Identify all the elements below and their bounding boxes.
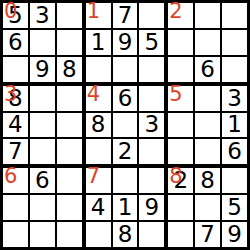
box-8: 828579	[168, 168, 247, 247]
cell-r7c2[interactable]: 6	[30, 168, 55, 193]
cell-r9c7[interactable]	[168, 222, 193, 247]
cell-r3c6[interactable]	[139, 57, 164, 82]
cell-r9c3[interactable]	[57, 222, 82, 247]
cell-r8c5[interactable]: 1	[113, 195, 138, 220]
cell-r8c7[interactable]	[168, 195, 193, 220]
cell-r9c4[interactable]	[86, 222, 111, 247]
cell-r1c7[interactable]	[168, 3, 193, 28]
cell-r3c2[interactable]: 9	[30, 57, 55, 82]
cell-r2c4[interactable]: 1	[86, 30, 111, 55]
cell-r8c2[interactable]	[30, 195, 55, 220]
cell-r6c8[interactable]	[195, 139, 220, 164]
cell-r1c1[interactable]: 5	[3, 3, 28, 28]
cell-r9c5[interactable]: 8	[113, 222, 138, 247]
cell-r7c1[interactable]	[3, 168, 28, 193]
cell-r2c7[interactable]	[168, 30, 193, 55]
cell-r7c9[interactable]	[222, 168, 247, 193]
cell-r9c8[interactable]: 7	[195, 222, 220, 247]
cell-r5c7[interactable]	[168, 113, 193, 138]
cell-r4c1[interactable]: 8	[3, 86, 28, 111]
cell-r4c4[interactable]	[86, 86, 111, 111]
cell-r9c2[interactable]	[30, 222, 55, 247]
box-2: 26	[168, 3, 247, 82]
box-5: 5316	[168, 86, 247, 165]
cell-r4c5[interactable]: 6	[113, 86, 138, 111]
cell-r9c9[interactable]: 9	[222, 222, 247, 247]
cell-r7c8[interactable]: 8	[195, 168, 220, 193]
cell-r5c2[interactable]	[30, 113, 55, 138]
cell-r5c3[interactable]	[57, 113, 82, 138]
cell-r7c4[interactable]	[86, 168, 111, 193]
box-0: 053698	[3, 3, 82, 82]
cell-r5c4[interactable]: 8	[86, 113, 111, 138]
cell-r3c9[interactable]	[222, 57, 247, 82]
cell-r4c7[interactable]	[168, 86, 193, 111]
cell-r5c8[interactable]	[195, 113, 220, 138]
cell-r7c6[interactable]	[139, 168, 164, 193]
cell-r1c8[interactable]	[195, 3, 220, 28]
cell-r2c6[interactable]: 5	[139, 30, 164, 55]
cell-r3c8[interactable]: 6	[195, 57, 220, 82]
cell-r1c5[interactable]: 7	[113, 3, 138, 28]
box-4: 46832	[86, 86, 165, 165]
cell-r5c1[interactable]: 4	[3, 113, 28, 138]
cell-r6c1[interactable]: 7	[3, 139, 28, 164]
cell-r1c2[interactable]: 3	[30, 3, 55, 28]
cell-r2c5[interactable]: 9	[113, 30, 138, 55]
cell-r8c6[interactable]: 9	[139, 195, 164, 220]
cell-r2c9[interactable]	[222, 30, 247, 55]
cell-r6c4[interactable]	[86, 139, 111, 164]
cell-r3c4[interactable]	[86, 57, 111, 82]
cell-r8c3[interactable]	[57, 195, 82, 220]
cell-r3c3[interactable]: 8	[57, 57, 82, 82]
cell-r2c3[interactable]	[57, 30, 82, 55]
cell-r8c4[interactable]: 4	[86, 195, 111, 220]
cell-r1c6[interactable]	[139, 3, 164, 28]
cell-r5c6[interactable]: 3	[139, 113, 164, 138]
sudoku-board: 053698171952638474683253166674198828579	[0, 0, 250, 250]
cell-r4c9[interactable]: 3	[222, 86, 247, 111]
cell-r4c3[interactable]	[57, 86, 82, 111]
box-7: 74198	[86, 168, 165, 247]
cell-r9c6[interactable]	[139, 222, 164, 247]
box-1: 17195	[86, 3, 165, 82]
cell-r3c1[interactable]	[3, 57, 28, 82]
cell-r6c6[interactable]	[139, 139, 164, 164]
box-3: 3847	[3, 86, 82, 165]
cell-r8c1[interactable]	[3, 195, 28, 220]
cell-r3c7[interactable]	[168, 57, 193, 82]
cell-r1c9[interactable]	[222, 3, 247, 28]
cell-r8c9[interactable]: 5	[222, 195, 247, 220]
cell-r2c2[interactable]	[30, 30, 55, 55]
cell-r5c9[interactable]: 1	[222, 113, 247, 138]
cell-r6c3[interactable]	[57, 139, 82, 164]
cell-r6c7[interactable]	[168, 139, 193, 164]
cell-r5c5[interactable]	[113, 113, 138, 138]
cell-r4c6[interactable]	[139, 86, 164, 111]
cell-r7c5[interactable]	[113, 168, 138, 193]
cell-r2c1[interactable]: 6	[3, 30, 28, 55]
cell-r3c5[interactable]	[113, 57, 138, 82]
cell-r4c8[interactable]	[195, 86, 220, 111]
cell-r7c3[interactable]	[57, 168, 82, 193]
cell-r1c3[interactable]	[57, 3, 82, 28]
cell-r9c1[interactable]	[3, 222, 28, 247]
box-6: 66	[3, 168, 82, 247]
cell-r4c2[interactable]	[30, 86, 55, 111]
cell-r6c2[interactable]	[30, 139, 55, 164]
cell-r2c8[interactable]	[195, 30, 220, 55]
cell-r7c7[interactable]: 2	[168, 168, 193, 193]
cell-r1c4[interactable]	[86, 3, 111, 28]
cell-r8c8[interactable]	[195, 195, 220, 220]
cell-r6c9[interactable]: 6	[222, 139, 247, 164]
cell-r6c5[interactable]: 2	[113, 139, 138, 164]
